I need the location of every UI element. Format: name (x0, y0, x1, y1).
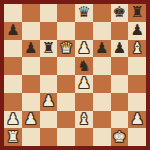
square-g4[interactable] (111, 75, 129, 93)
square-f1[interactable] (93, 128, 111, 146)
black-queen: ♛ (77, 5, 90, 20)
square-h2[interactable]: ♟ (128, 111, 146, 129)
black-rook: ♜ (42, 40, 55, 55)
black-rook: ♜ (130, 5, 143, 20)
square-g8[interactable]: ♚ (111, 4, 129, 22)
white-queen: ♛ (59, 40, 72, 55)
board-frame: ♛♚♜♟♟♟♜♛♟♟♟♝♞♟♟♟♟♝♟♜♚ (0, 0, 150, 150)
square-e3[interactable] (75, 93, 93, 111)
square-f4[interactable] (93, 75, 111, 93)
square-g7[interactable] (111, 22, 129, 40)
square-h1[interactable] (128, 128, 146, 146)
square-a6[interactable] (4, 40, 22, 58)
square-e6[interactable]: ♟ (75, 40, 93, 58)
square-c6[interactable]: ♜ (40, 40, 58, 58)
square-b7[interactable] (22, 22, 40, 40)
square-g5[interactable] (111, 57, 129, 75)
square-a2[interactable]: ♟ (4, 111, 22, 129)
square-h6[interactable]: ♝ (128, 40, 146, 58)
square-g3[interactable] (111, 93, 129, 111)
square-d8[interactable] (57, 4, 75, 22)
square-a7[interactable]: ♟ (4, 22, 22, 40)
square-a4[interactable] (4, 75, 22, 93)
square-g1[interactable]: ♚ (111, 128, 129, 146)
white-pawn: ♟ (6, 111, 19, 126)
square-c5[interactable] (40, 57, 58, 75)
square-g2[interactable] (111, 111, 129, 129)
chess-board: ♛♚♜♟♟♟♜♛♟♟♟♝♞♟♟♟♟♝♟♜♚ (4, 4, 146, 146)
black-pawn: ♟ (6, 23, 19, 38)
black-knight: ♞ (77, 58, 90, 73)
white-king: ♚ (113, 129, 126, 144)
square-a3[interactable] (4, 93, 22, 111)
square-e5[interactable]: ♞ (75, 57, 93, 75)
square-a8[interactable] (4, 4, 22, 22)
square-e2[interactable]: ♝ (75, 111, 93, 129)
black-pawn: ♟ (95, 40, 108, 55)
square-f8[interactable] (93, 4, 111, 22)
square-b5[interactable] (22, 57, 40, 75)
square-c4[interactable] (40, 75, 58, 93)
square-b3[interactable] (22, 93, 40, 111)
square-c7[interactable] (40, 22, 58, 40)
square-h4[interactable] (128, 75, 146, 93)
square-c2[interactable] (40, 111, 58, 129)
square-f6[interactable]: ♟ (93, 40, 111, 58)
square-h8[interactable]: ♜ (128, 4, 146, 22)
square-h3[interactable] (128, 93, 146, 111)
square-d5[interactable] (57, 57, 75, 75)
square-d1[interactable] (57, 128, 75, 146)
white-pawn: ♟ (24, 111, 37, 126)
square-h7[interactable]: ♟ (128, 22, 146, 40)
square-a1[interactable]: ♜ (4, 128, 22, 146)
black-pawn: ♟ (130, 23, 143, 38)
square-d3[interactable] (57, 93, 75, 111)
square-f5[interactable] (93, 57, 111, 75)
square-b6[interactable]: ♟ (22, 40, 40, 58)
white-pawn: ♟ (77, 40, 90, 55)
square-d6[interactable]: ♛ (57, 40, 75, 58)
square-f7[interactable] (93, 22, 111, 40)
square-f2[interactable] (93, 111, 111, 129)
black-pawn: ♟ (24, 40, 37, 55)
white-pawn: ♟ (77, 76, 90, 91)
white-bishop: ♝ (130, 40, 143, 55)
white-rook: ♜ (6, 129, 19, 144)
square-b2[interactable]: ♟ (22, 111, 40, 129)
square-h5[interactable] (128, 57, 146, 75)
square-b8[interactable] (22, 4, 40, 22)
square-a5[interactable] (4, 57, 22, 75)
white-pawn: ♟ (42, 94, 55, 109)
square-f3[interactable] (93, 93, 111, 111)
black-king: ♚ (113, 5, 126, 20)
square-c3[interactable]: ♟ (40, 93, 58, 111)
square-d2[interactable] (57, 111, 75, 129)
square-e7[interactable] (75, 22, 93, 40)
square-b1[interactable] (22, 128, 40, 146)
square-g6[interactable]: ♟ (111, 40, 129, 58)
square-d4[interactable] (57, 75, 75, 93)
black-pawn: ♟ (113, 40, 126, 55)
square-d7[interactable] (57, 22, 75, 40)
square-e1[interactable] (75, 128, 93, 146)
white-bishop: ♝ (77, 111, 90, 126)
square-c8[interactable] (40, 4, 58, 22)
square-e8[interactable]: ♛ (75, 4, 93, 22)
square-c1[interactable] (40, 128, 58, 146)
square-e4[interactable]: ♟ (75, 75, 93, 93)
square-b4[interactable] (22, 75, 40, 93)
white-pawn: ♟ (130, 111, 143, 126)
